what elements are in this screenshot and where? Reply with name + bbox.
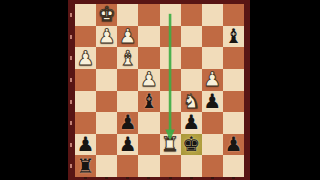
square-h5[interactable]	[223, 69, 244, 91]
square-h1[interactable]	[223, 155, 244, 177]
screenshot-stage: ♚♟♟♝♟♝♟♟♝♞♟♟♟♟♟♜♚♟♜	[0, 0, 320, 180]
square-g8[interactable]	[202, 4, 223, 26]
square-b6[interactable]	[96, 47, 117, 69]
square-b3[interactable]	[96, 112, 117, 134]
square-b7[interactable]: ♟	[96, 26, 117, 48]
square-c7[interactable]: ♟	[117, 26, 138, 48]
black-pawn-h2[interactable]: ♟	[224, 134, 242, 155]
square-a5[interactable]	[75, 69, 96, 91]
rank-label-mark	[70, 164, 72, 168]
file-label-mark	[169, 177, 172, 179]
white-pawn-b7[interactable]: ♟	[98, 25, 116, 46]
white-bishop-c6[interactable]: ♝	[119, 47, 137, 68]
square-g7[interactable]	[202, 26, 223, 48]
square-a1[interactable]: ♜	[75, 155, 96, 177]
file-label-mark	[126, 177, 129, 179]
black-bishop-h7[interactable]: ♝	[224, 25, 242, 46]
letterbox-left	[0, 0, 68, 180]
letterbox-right	[250, 0, 320, 180]
square-f5[interactable]	[181, 69, 202, 91]
black-pawn-a2[interactable]: ♟	[77, 134, 95, 155]
square-b2[interactable]	[96, 134, 117, 156]
square-g6[interactable]	[202, 47, 223, 69]
black-pawn-g4[interactable]: ♟	[203, 90, 221, 111]
rank-label-mark	[70, 100, 72, 104]
square-d6[interactable]	[138, 47, 159, 69]
rank-label-mark	[70, 35, 72, 39]
square-e6[interactable]	[160, 47, 181, 69]
square-f8[interactable]	[181, 4, 202, 26]
square-e4[interactable]	[160, 91, 181, 113]
square-g1[interactable]	[202, 155, 223, 177]
square-g5[interactable]: ♟	[202, 69, 223, 91]
square-b4[interactable]	[96, 91, 117, 113]
square-f7[interactable]	[181, 26, 202, 48]
rank-label-mark	[70, 121, 72, 125]
square-b1[interactable]	[96, 155, 117, 177]
square-h7[interactable]: ♝	[223, 26, 244, 48]
square-e8[interactable]	[160, 4, 181, 26]
white-rook-e2[interactable]: ♜	[161, 134, 179, 155]
black-pawn-c3[interactable]: ♟	[119, 112, 137, 133]
square-f4[interactable]: ♞	[181, 91, 202, 113]
square-c4[interactable]	[117, 91, 138, 113]
square-d7[interactable]	[138, 26, 159, 48]
square-c8[interactable]	[117, 4, 138, 26]
square-c6[interactable]: ♝	[117, 47, 138, 69]
chess-board: ♚♟♟♝♟♝♟♟♝♞♟♟♟♟♟♜♚♟♜	[75, 4, 244, 177]
square-f3[interactable]: ♟	[181, 112, 202, 134]
square-c3[interactable]: ♟	[117, 112, 138, 134]
square-h8[interactable]	[223, 4, 244, 26]
rank-label-mark	[70, 143, 72, 147]
chess-board-frame: ♚♟♟♝♟♝♟♟♝♞♟♟♟♟♟♜♚♟♜	[68, 0, 250, 180]
square-a8[interactable]	[75, 4, 96, 26]
square-b5[interactable]	[96, 69, 117, 91]
file-label-mark	[190, 177, 193, 179]
rank-label-mark	[70, 78, 72, 82]
square-h3[interactable]	[223, 112, 244, 134]
black-king-f2[interactable]: ♚	[182, 134, 200, 155]
square-f2[interactable]: ♚	[181, 134, 202, 156]
square-a3[interactable]	[75, 112, 96, 134]
square-d8[interactable]	[138, 4, 159, 26]
square-a6[interactable]: ♟	[75, 47, 96, 69]
square-e5[interactable]	[160, 69, 181, 91]
black-rook-a1[interactable]: ♜	[77, 155, 95, 176]
square-a7[interactable]	[75, 26, 96, 48]
rank-label-mark	[70, 56, 72, 60]
square-h6[interactable]	[223, 47, 244, 69]
square-a4[interactable]	[75, 91, 96, 113]
square-h2[interactable]: ♟	[223, 134, 244, 156]
white-king-b8[interactable]: ♚	[98, 4, 116, 25]
file-label-mark	[211, 177, 214, 179]
square-e1[interactable]	[160, 155, 181, 177]
square-e3[interactable]	[160, 112, 181, 134]
square-b8[interactable]: ♚	[96, 4, 117, 26]
white-pawn-a6[interactable]: ♟	[77, 47, 95, 68]
square-g4[interactable]: ♟	[202, 91, 223, 113]
square-d1[interactable]	[138, 155, 159, 177]
file-label-mark	[147, 177, 150, 179]
square-f6[interactable]	[181, 47, 202, 69]
square-d3[interactable]	[138, 112, 159, 134]
file-label-mark	[84, 177, 87, 179]
square-g2[interactable]	[202, 134, 223, 156]
square-f1[interactable]	[181, 155, 202, 177]
black-pawn-f3[interactable]: ♟	[182, 112, 200, 133]
file-label-mark	[232, 177, 235, 179]
file-label-mark	[105, 177, 108, 179]
square-e7[interactable]	[160, 26, 181, 48]
square-c2[interactable]: ♟	[117, 134, 138, 156]
square-d4[interactable]: ♝	[138, 91, 159, 113]
black-bishop-d4[interactable]: ♝	[140, 90, 158, 111]
white-pawn-d5[interactable]: ♟	[140, 69, 158, 90]
white-pawn-c7[interactable]: ♟	[119, 25, 137, 46]
square-c5[interactable]	[117, 69, 138, 91]
square-d5[interactable]: ♟	[138, 69, 159, 91]
square-g3[interactable]	[202, 112, 223, 134]
square-c1[interactable]	[117, 155, 138, 177]
rank-label-mark	[70, 13, 72, 17]
white-pawn-g5[interactable]: ♟	[203, 69, 221, 90]
square-h4[interactable]	[223, 91, 244, 113]
white-knight-f4[interactable]: ♞	[182, 90, 200, 111]
square-a2[interactable]: ♟	[75, 134, 96, 156]
square-e2[interactable]: ♜	[160, 134, 181, 156]
black-pawn-c2[interactable]: ♟	[119, 134, 137, 155]
square-d2[interactable]	[138, 134, 159, 156]
